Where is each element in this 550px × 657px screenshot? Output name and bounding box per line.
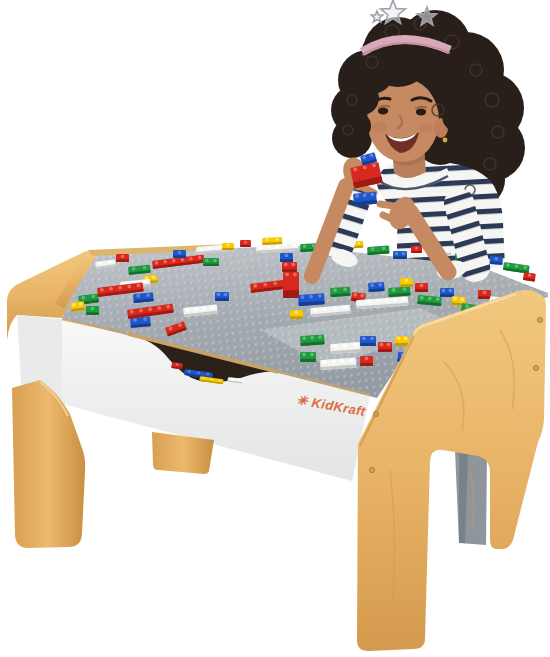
brick-green [300, 352, 316, 362]
brick-blue [360, 336, 376, 346]
brick-green [330, 287, 351, 297]
brick-green [388, 286, 411, 297]
dowel-screw [373, 411, 378, 416]
tiara-star-icon [371, 11, 382, 22]
brick-blue [280, 253, 293, 262]
brick-red [360, 356, 373, 366]
brick-yellow [290, 310, 303, 319]
brick-green [86, 306, 99, 315]
activity-table-scene: ✳ KidKraft [0, 0, 550, 657]
brick-green [300, 334, 325, 346]
brick-blue [133, 292, 154, 303]
brick-green [203, 258, 219, 266]
brick-blue [215, 292, 229, 301]
brick-blue [353, 192, 377, 206]
brick-yellow [400, 278, 413, 287]
dowel-screw [537, 317, 542, 322]
brick-red [282, 262, 297, 272]
brick-yellow [262, 237, 282, 245]
brick-red [240, 240, 251, 247]
brick-blue [368, 282, 385, 292]
brick-green [367, 245, 390, 255]
brick-red [378, 342, 392, 352]
dowel-screw [369, 467, 374, 472]
brick-blue [173, 250, 186, 258]
brick-red [523, 272, 536, 282]
brick-red [283, 272, 299, 298]
earring-stud [443, 138, 448, 143]
brick-red [411, 246, 422, 253]
brick-yellow [222, 243, 234, 250]
brick-blue [440, 288, 454, 297]
brick-blue [393, 251, 407, 259]
brick-white [330, 342, 361, 354]
dowel-screw [533, 365, 538, 370]
brick-red [116, 254, 129, 262]
brick-blue [298, 293, 325, 306]
brick-red [415, 283, 428, 292]
brick-green [503, 262, 530, 274]
brick-red [478, 290, 491, 299]
product-photo: ✳ KidKraft [0, 0, 550, 657]
eye-left [378, 108, 388, 115]
brick-yellow [395, 336, 409, 346]
brick-blue [489, 256, 503, 265]
eye-right [416, 109, 426, 116]
